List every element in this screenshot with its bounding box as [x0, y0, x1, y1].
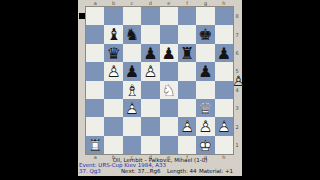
white-bishop[interactable]: ♝♗ [123, 81, 141, 99]
white-pawn[interactable]: ♟♙ [196, 117, 214, 135]
square-c5[interactable]: ♟ [123, 62, 141, 80]
square-f5[interactable] [178, 62, 196, 80]
rank-label-1: 1 [234, 136, 240, 154]
white-pawn[interactable]: ♟♙ [123, 99, 141, 117]
white-pawn-outline: ♙ [123, 99, 141, 117]
file-label-top-d: d [141, 0, 159, 7]
square-f4[interactable] [178, 81, 196, 99]
white-pawn[interactable]: ♟♙ [141, 62, 159, 80]
square-c4[interactable]: ♝♗ [123, 81, 141, 99]
square-d7[interactable] [141, 25, 159, 43]
square-g8[interactable] [196, 7, 214, 25]
white-pawn[interactable]: ♟♙ [178, 117, 196, 135]
square-e4[interactable]: ♞♘ [160, 81, 178, 99]
white-rook-outline: ♖ [86, 136, 104, 154]
square-b7[interactable]: ♝ [104, 25, 122, 43]
square-b2[interactable] [104, 117, 122, 135]
square-h6[interactable]: ♟ [215, 44, 233, 62]
black-king[interactable]: ♚ [196, 25, 214, 43]
black-rook[interactable]: ♜ [178, 44, 196, 62]
square-b1[interactable] [104, 136, 122, 154]
black-bishop[interactable]: ♝ [104, 25, 122, 43]
square-g4[interactable] [196, 81, 214, 99]
square-g6[interactable] [196, 44, 214, 62]
file-label-top-a: a [86, 0, 104, 7]
square-c7[interactable]: ♞ [123, 25, 141, 43]
square-a6[interactable] [86, 44, 104, 62]
square-b5[interactable]: ♟♙ [104, 62, 122, 80]
square-b4[interactable] [104, 81, 122, 99]
square-d1[interactable] [141, 136, 159, 154]
file-label-top-f: f [178, 0, 196, 7]
material-advantage-pawn-icon: ♙ [232, 72, 242, 90]
square-f2[interactable]: ♟♙ [178, 117, 196, 135]
white-pawn[interactable]: ♟♙ [104, 62, 122, 80]
material-text: Material: +1 [199, 169, 233, 175]
square-a7[interactable] [86, 25, 104, 43]
square-a5[interactable] [86, 62, 104, 80]
white-pawn-outline: ♙ [196, 117, 214, 135]
square-e5[interactable] [160, 62, 178, 80]
black-queen[interactable]: ♛ [104, 44, 122, 62]
white-king-outline: ♔ [196, 136, 214, 154]
square-d3[interactable] [141, 99, 159, 117]
square-b8[interactable] [104, 7, 122, 25]
square-d6[interactable]: ♟ [141, 44, 159, 62]
square-a1[interactable]: ♜♖ [86, 136, 104, 154]
square-b6[interactable]: ♛ [104, 44, 122, 62]
chess-app-panel: abcdefgh ♝♞♚♛♟♟♜♟♟♙♟♟♙♟♝♗♞♘♟♙♛♕♟♙♟♙♟♙♜♖♚… [78, 0, 242, 176]
square-b3[interactable] [104, 99, 122, 117]
chess-board[interactable]: ♝♞♚♛♟♟♜♟♟♙♟♟♙♟♝♗♞♘♟♙♛♕♟♙♟♙♟♙♜♖♚♔ [86, 7, 233, 154]
black-pawn[interactable]: ♟ [141, 44, 159, 62]
rank-label-7: 7 [234, 25, 240, 43]
square-d2[interactable] [141, 117, 159, 135]
square-h4[interactable] [215, 81, 233, 99]
file-label-top-h: h [215, 0, 233, 7]
square-h5[interactable] [215, 62, 233, 80]
square-c8[interactable] [123, 7, 141, 25]
black-pawn[interactable]: ♟ [160, 44, 178, 62]
rank-label-6: 6 [234, 44, 240, 62]
rank-label-2: 2 [234, 117, 240, 135]
white-pawn[interactable]: ♟♙ [215, 117, 233, 135]
rank-label-8: 8 [234, 7, 240, 25]
file-labels-top: abcdefgh [86, 0, 234, 7]
last-move-text: 37. Qg3 [79, 169, 101, 175]
square-d5[interactable]: ♟♙ [141, 62, 159, 80]
square-e1[interactable] [160, 136, 178, 154]
black-knight[interactable]: ♞ [123, 25, 141, 43]
square-h8[interactable] [215, 7, 233, 25]
file-label-top-g: g [196, 0, 214, 7]
square-e2[interactable] [160, 117, 178, 135]
rank-label-3: 3 [234, 99, 240, 117]
square-f7[interactable] [178, 25, 196, 43]
square-h7[interactable] [215, 25, 233, 43]
black-pawn[interactable]: ♟ [196, 62, 214, 80]
square-g5[interactable]: ♟ [196, 62, 214, 80]
square-c2[interactable] [123, 117, 141, 135]
square-e7[interactable] [160, 25, 178, 43]
square-a2[interactable] [86, 117, 104, 135]
white-pawn-outline: ♙ [141, 62, 159, 80]
black-pawn[interactable]: ♟ [123, 62, 141, 80]
square-g7[interactable]: ♚ [196, 25, 214, 43]
white-king[interactable]: ♚♔ [196, 136, 214, 154]
white-queen[interactable]: ♛♕ [196, 99, 214, 117]
square-f8[interactable] [178, 7, 196, 25]
square-h1[interactable] [215, 136, 233, 154]
black-to-move-indicator [79, 13, 85, 19]
square-e3[interactable] [160, 99, 178, 117]
white-knight[interactable]: ♞♘ [160, 81, 178, 99]
square-c1[interactable] [123, 136, 141, 154]
file-label-top-c: c [123, 0, 141, 7]
file-label-top-e: e [160, 0, 178, 7]
next-move-text: Next: 37...Rg6 [121, 169, 160, 175]
square-f3[interactable] [178, 99, 196, 117]
square-c6[interactable] [123, 44, 141, 62]
white-pawn-outline: ♙ [178, 117, 196, 135]
square-f1[interactable] [178, 136, 196, 154]
file-label-top-b: b [104, 0, 122, 7]
white-knight-outline: ♘ [160, 81, 178, 99]
square-d8[interactable] [141, 7, 159, 25]
game-length-text: Length: 44 [167, 169, 197, 175]
square-g3[interactable]: ♛♕ [196, 99, 214, 117]
black-pawn[interactable]: ♟ [215, 44, 233, 62]
square-d4[interactable] [141, 81, 159, 99]
square-g1[interactable]: ♚♔ [196, 136, 214, 154]
white-queen-outline: ♕ [196, 99, 214, 117]
square-e6[interactable]: ♟ [160, 44, 178, 62]
square-e8[interactable] [160, 7, 178, 25]
square-h3[interactable] [215, 99, 233, 117]
square-h2[interactable]: ♟♙ [215, 117, 233, 135]
white-pawn-outline: ♙ [215, 117, 233, 135]
square-f6[interactable]: ♜ [178, 44, 196, 62]
white-rook[interactable]: ♜♖ [86, 136, 104, 154]
square-g2[interactable]: ♟♙ [196, 117, 214, 135]
white-pawn-outline: ♙ [104, 62, 122, 80]
white-bishop-outline: ♗ [123, 81, 141, 99]
square-c3[interactable]: ♟♙ [123, 99, 141, 117]
square-a8[interactable] [86, 7, 104, 25]
square-a3[interactable] [86, 99, 104, 117]
square-a4[interactable] [86, 81, 104, 99]
